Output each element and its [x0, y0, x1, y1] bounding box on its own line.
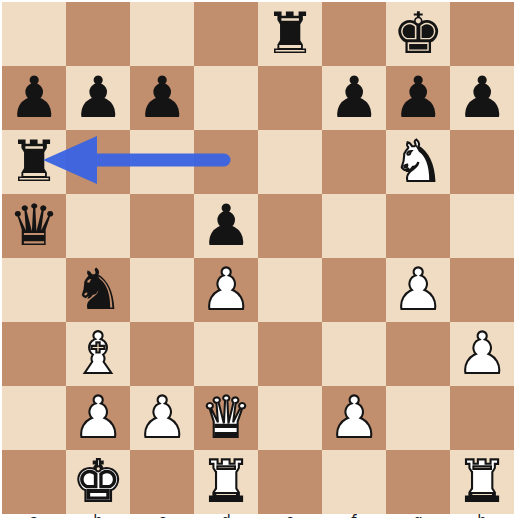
square-g2[interactable] — [386, 386, 450, 450]
file-labels-strip: abcdefgh — [2, 514, 514, 518]
piece-white-rook[interactable]: ♜ — [456, 449, 507, 513]
file-label-h: h — [450, 514, 514, 518]
square-b7[interactable]: ♟ — [66, 66, 130, 130]
square-g7[interactable]: ♟ — [386, 66, 450, 130]
square-h5[interactable] — [450, 194, 514, 258]
square-a6[interactable]: ♜ — [2, 130, 66, 194]
piece-white-bishop[interactable]: ♝ — [72, 321, 123, 385]
square-c6[interactable] — [130, 130, 194, 194]
square-h4[interactable] — [450, 258, 514, 322]
square-g8[interactable]: ♚ — [386, 2, 450, 66]
file-label-a: a — [2, 514, 66, 518]
square-g5[interactable] — [386, 194, 450, 258]
square-g1[interactable] — [386, 450, 450, 514]
square-a4[interactable] — [2, 258, 66, 322]
piece-white-pawn[interactable]: ♟ — [328, 385, 379, 449]
square-d2[interactable]: ♛ — [194, 386, 258, 450]
square-b3[interactable]: ♝ — [66, 322, 130, 386]
piece-white-pawn[interactable]: ♟ — [392, 257, 443, 321]
square-a7[interactable]: ♟ — [2, 66, 66, 130]
piece-white-pawn[interactable]: ♟ — [72, 385, 123, 449]
square-h2[interactable] — [450, 386, 514, 450]
piece-black-queen[interactable]: ♛ — [8, 193, 59, 257]
file-label-d: d — [194, 514, 258, 518]
file-label-c: c — [130, 514, 194, 518]
square-e6[interactable] — [258, 130, 322, 194]
piece-white-pawn[interactable]: ♟ — [200, 257, 251, 321]
piece-white-king[interactable]: ♚ — [72, 449, 123, 513]
square-e5[interactable] — [258, 194, 322, 258]
square-g3[interactable] — [386, 322, 450, 386]
piece-black-rook[interactable]: ♜ — [264, 1, 315, 65]
piece-black-king[interactable]: ♚ — [392, 1, 443, 65]
square-h7[interactable]: ♟ — [450, 66, 514, 130]
square-h6[interactable] — [450, 130, 514, 194]
square-h8[interactable] — [450, 2, 514, 66]
piece-black-pawn[interactable]: ♟ — [200, 193, 251, 257]
square-c1[interactable] — [130, 450, 194, 514]
square-h1[interactable]: ♜ — [450, 450, 514, 514]
square-c4[interactable] — [130, 258, 194, 322]
square-b5[interactable] — [66, 194, 130, 258]
file-label-g: g — [386, 514, 450, 518]
square-c8[interactable] — [130, 2, 194, 66]
square-f4[interactable] — [322, 258, 386, 322]
square-g4[interactable]: ♟ — [386, 258, 450, 322]
piece-black-pawn[interactable]: ♟ — [456, 65, 507, 129]
piece-white-pawn[interactable]: ♟ — [456, 321, 507, 385]
piece-black-knight[interactable]: ♞ — [72, 257, 123, 321]
piece-white-pawn[interactable]: ♟ — [136, 385, 187, 449]
square-c2[interactable]: ♟ — [130, 386, 194, 450]
piece-white-rook[interactable]: ♜ — [200, 449, 251, 513]
square-b4[interactable]: ♞ — [66, 258, 130, 322]
square-a8[interactable] — [2, 2, 66, 66]
piece-white-knight[interactable]: ♞ — [392, 129, 443, 193]
square-f8[interactable] — [322, 2, 386, 66]
square-a5[interactable]: ♛ — [2, 194, 66, 258]
square-d8[interactable] — [194, 2, 258, 66]
square-b1[interactable]: ♚ — [66, 450, 130, 514]
square-b8[interactable] — [66, 2, 130, 66]
square-c3[interactable] — [130, 322, 194, 386]
square-f7[interactable]: ♟ — [322, 66, 386, 130]
square-f1[interactable] — [322, 450, 386, 514]
square-f2[interactable]: ♟ — [322, 386, 386, 450]
square-e1[interactable] — [258, 450, 322, 514]
square-e8[interactable]: ♜ — [258, 2, 322, 66]
square-h3[interactable]: ♟ — [450, 322, 514, 386]
piece-black-rook[interactable]: ♜ — [8, 129, 59, 193]
square-e7[interactable] — [258, 66, 322, 130]
piece-black-pawn[interactable]: ♟ — [392, 65, 443, 129]
square-d7[interactable] — [194, 66, 258, 130]
piece-black-pawn[interactable]: ♟ — [8, 65, 59, 129]
square-f3[interactable] — [322, 322, 386, 386]
square-a2[interactable] — [2, 386, 66, 450]
square-g6[interactable]: ♞ — [386, 130, 450, 194]
square-b2[interactable]: ♟ — [66, 386, 130, 450]
square-d6[interactable] — [194, 130, 258, 194]
square-f5[interactable] — [322, 194, 386, 258]
piece-black-pawn[interactable]: ♟ — [72, 65, 123, 129]
square-d5[interactable]: ♟ — [194, 194, 258, 258]
square-d3[interactable] — [194, 322, 258, 386]
file-label-e: e — [258, 514, 322, 518]
piece-white-queen[interactable]: ♛ — [200, 385, 251, 449]
square-e4[interactable] — [258, 258, 322, 322]
square-e3[interactable] — [258, 322, 322, 386]
chess-board[interactable]: ♜♚♟♟♟♟♟♟♜♞♛♟♞♟♟♝♟♟♟♛♟♚♜♜ — [2, 2, 514, 514]
file-label-b: b — [66, 514, 130, 518]
square-f6[interactable] — [322, 130, 386, 194]
square-a1[interactable] — [2, 450, 66, 514]
square-b6[interactable] — [66, 130, 130, 194]
square-c5[interactable] — [130, 194, 194, 258]
square-d1[interactable]: ♜ — [194, 450, 258, 514]
chess-board-page: ♜♚♟♟♟♟♟♟♜♞♛♟♞♟♟♝♟♟♟♛♟♚♜♜ abcdefgh — [0, 0, 516, 518]
square-e2[interactable] — [258, 386, 322, 450]
file-label-f: f — [322, 514, 386, 518]
square-d4[interactable]: ♟ — [194, 258, 258, 322]
piece-black-pawn[interactable]: ♟ — [136, 65, 187, 129]
square-a3[interactable] — [2, 322, 66, 386]
square-c7[interactable]: ♟ — [130, 66, 194, 130]
piece-black-pawn[interactable]: ♟ — [328, 65, 379, 129]
